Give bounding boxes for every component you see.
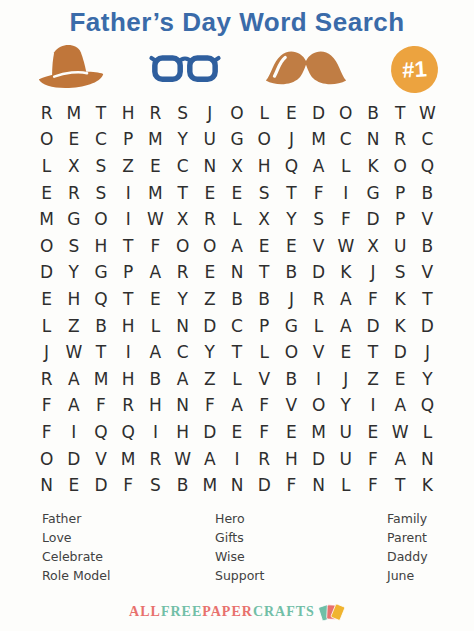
grid-cell: B [278,260,305,287]
grid-cell: G [359,180,386,207]
puzzle-number-badge: #1 [389,44,439,94]
grid-cell: I [60,419,87,446]
grid-cell: C [169,339,196,366]
brand-text: ALLFREEPAPERCRAFTS [129,604,315,620]
grid-cell: B [359,100,386,127]
grid-cell: B [142,366,169,393]
grid-cell: F [332,206,359,233]
grid-cell: D [305,260,332,287]
grid-cell: N [305,472,332,499]
grid-cell: T [387,472,414,499]
grid-cell: O [305,393,332,420]
grid-cell: P [387,206,414,233]
grid-cell: Y [332,393,359,420]
grid-cell: I [115,180,142,207]
grid-cell: M [115,446,142,473]
grid-cell: E [60,472,87,499]
grid-cell: S [87,180,114,207]
grid-cell: Z [359,366,386,393]
grid-cell: D [251,472,278,499]
grid-cell: R [387,127,414,154]
grid-cell: H [115,366,142,393]
grid-cell: J [196,100,223,127]
grid-cell: I [332,180,359,207]
grid-cell: O [332,100,359,127]
grid-cell: L [223,366,250,393]
grid-cell: O [169,233,196,260]
grid-cell: R [142,446,169,473]
grid-cell: F [359,286,386,313]
worksheet-page: Father’s Day Word Search #1 [0,0,474,631]
grid-cell: V [305,233,332,260]
grid-cell: T [87,339,114,366]
grid-cell: X [169,206,196,233]
grid-cell: M [305,419,332,446]
grid-cell: B [278,366,305,393]
grid-cell: A [142,339,169,366]
grid-cell: F [251,419,278,446]
grid-cell: D [359,206,386,233]
grid-cell: T [169,180,196,207]
grid-cell: I [359,393,386,420]
grid-cell: T [223,339,250,366]
grid-cell: E [278,100,305,127]
grid-cell: J [278,286,305,313]
grid-cell: B [251,286,278,313]
grid-cell: R [60,180,87,207]
grid-cell: E [251,233,278,260]
grid-cell: S [251,180,278,207]
grid-cell: W [169,446,196,473]
grid-cell: D [305,446,332,473]
glasses-icon [148,48,222,90]
word-list-column: FamilyParentDaddyJune [387,509,432,585]
grid-cell: O [33,446,60,473]
grid-cell: H [251,153,278,180]
word-item: Celebrate [42,547,215,566]
grid-cell: N [359,127,386,154]
grid-cell: U [332,419,359,446]
grid-cell: F [142,233,169,260]
grid-cell: W [387,419,414,446]
word-list-column: HeroGiftsWiseSupport [215,509,387,585]
grid-cell: T [278,180,305,207]
grid-cell: A [332,286,359,313]
grid-cell: E [33,286,60,313]
word-item: June [387,566,432,585]
grid-cell: A [196,446,223,473]
grid-cell: T [387,100,414,127]
grid-cell: N [33,472,60,499]
grid-cell: N [414,446,441,473]
grid-cell: O [33,233,60,260]
grid-cell: F [196,393,223,420]
grid-cell: O [196,233,223,260]
grid-cell: L [33,313,60,340]
word-item: Gifts [215,528,387,547]
grid-cell: R [33,366,60,393]
grid-cell: D [87,472,114,499]
grid-cell: L [332,153,359,180]
grid-cell: J [359,260,386,287]
grid-cell: F [359,472,386,499]
grid-cell: Q [278,153,305,180]
brand-segment: CRAFTS [253,604,315,620]
grid-cell: Y [414,366,441,393]
grid-cell: H [87,233,114,260]
grid-cell: A [142,260,169,287]
grid-cell: H [115,313,142,340]
grid-cell: N [223,472,250,499]
grid-cell: O [251,127,278,154]
grid-cell: D [359,313,386,340]
grid-cell: T [115,286,142,313]
grid-cell: J [33,339,60,366]
grid-cell: W [332,233,359,260]
grid-cell: G [87,260,114,287]
grid-cell: C [332,127,359,154]
grid-cell: U [332,446,359,473]
word-item: Support [215,566,387,585]
grid-cell: M [142,180,169,207]
grid-cell: T [359,339,386,366]
grid-cell: O [387,153,414,180]
grid-cell: T [251,260,278,287]
grid-cell: R [142,100,169,127]
grid-cell: P [387,180,414,207]
grid-cell: K [387,286,414,313]
grid-cell: C [414,127,441,154]
grid-cell: D [196,419,223,446]
grid-cell: X [359,233,386,260]
word-item: Daddy [387,547,432,566]
grid-cell: W [414,100,441,127]
grid-cell: M [60,100,87,127]
grid-cell: Y [169,127,196,154]
grid-cell: F [251,393,278,420]
grid-cell: L [142,313,169,340]
grid-cell: N [169,393,196,420]
word-item: Family [387,509,432,528]
grid-cell: S [305,206,332,233]
grid-cell: E [223,180,250,207]
mustache-icon [263,45,349,93]
grid-cell: G [60,206,87,233]
grid-cell: T [115,233,142,260]
footer: ALLFREEPAPERCRAFTS [0,602,474,623]
grid-cell: H [278,446,305,473]
grid-cell: R [33,100,60,127]
grid-cell: V [87,446,114,473]
grid-cell: K [359,153,386,180]
grid-cell: N [169,313,196,340]
word-list-column: FatherLoveCelebrateRole Model [42,509,215,585]
grid-cell: R [251,446,278,473]
grid-cell: R [196,206,223,233]
grid-cell: E [60,127,87,154]
grid-cell: Q [414,393,441,420]
grid-cell: G [278,313,305,340]
grid-cell: J [332,366,359,393]
grid-cell: D [60,446,87,473]
grid-cell: D [305,100,332,127]
grid-cell: A [387,446,414,473]
grid-cell: B [169,472,196,499]
grid-cell: L [223,206,250,233]
grid-cell: M [196,472,223,499]
grid-cell: Z [115,153,142,180]
grid-cell: Q [414,153,441,180]
grid-cell: L [332,472,359,499]
grid-cell: X [223,153,250,180]
grid-cell: W [142,206,169,233]
grid-cell: E [196,260,223,287]
grid-cell: F [87,393,114,420]
grid-cell: A [223,393,250,420]
grid-cell: Z [196,286,223,313]
grid-cell: E [142,286,169,313]
grid-cell: A [223,233,250,260]
grid-cell: E [223,419,250,446]
grid-cell: V [414,206,441,233]
grid-cell: F [359,446,386,473]
grid-cell: M [142,127,169,154]
grid-cell: S [142,472,169,499]
grid-cell: L [414,419,441,446]
grid-cell: G [223,127,250,154]
grid-cell: S [387,260,414,287]
brand-segment: ALL [129,604,161,620]
grid-cell: P [251,313,278,340]
grid-cell: F [115,472,142,499]
grid-cell: V [414,260,441,287]
grid-cell: E [142,153,169,180]
grid-cell: S [169,100,196,127]
grid-cell: Y [278,206,305,233]
word-item: Love [42,528,215,547]
grid-cell: A [169,366,196,393]
grid-cell: H [115,100,142,127]
grid-cell: M [87,366,114,393]
grid-cell: H [60,286,87,313]
grid-cell: I [115,206,142,233]
word-item: Hero [215,509,387,528]
theme-icons-row: #1 [0,42,474,96]
grid-cell: O [278,339,305,366]
grid-cell: P [115,260,142,287]
grid-cell: S [60,233,87,260]
grid-cell: V [305,339,332,366]
grid-cell: B [223,286,250,313]
grid-cell: A [60,366,87,393]
grid-cell: F [305,180,332,207]
grid-cell: L [33,153,60,180]
grid-cell: I [142,419,169,446]
grid-cell: L [251,100,278,127]
fedora-hat-icon [36,43,106,95]
grid-cell: L [305,313,332,340]
grid-cell: A [387,393,414,420]
grid-cell: J [278,127,305,154]
grid-cell: H [142,393,169,420]
grid-cell: N [223,260,250,287]
grid-cell: D [196,313,223,340]
grid-cell: Z [196,366,223,393]
word-item: Wise [215,547,387,566]
grid-cell: Y [60,260,87,287]
grid-cell: E [278,233,305,260]
grid-cell: D [33,260,60,287]
word-item: Parent [387,528,432,547]
grid-cell: L [251,339,278,366]
grid-cell: R [305,286,332,313]
brand-segment: PAPER [202,604,253,620]
grid-cell: P [115,127,142,154]
grid-cell: U [387,233,414,260]
grid-cell: R [169,260,196,287]
word-search-grid: RMTHRSJOLEDOBTWOECPMYUGOJMCNRCLXSZECNXHQ… [33,100,441,499]
grid-cell: I [305,366,332,393]
grid-cell: E [387,366,414,393]
grid-cell: E [33,180,60,207]
grid-cell: V [251,366,278,393]
grid-cell: O [33,127,60,154]
grid-cell: F [278,472,305,499]
grid-cell: R [115,393,142,420]
grid-cell: E [359,419,386,446]
word-item: Role Model [42,566,215,585]
grid-cell: T [87,100,114,127]
grid-cell: W [60,339,87,366]
word-list: FatherLoveCelebrateRole Model HeroGiftsW… [0,509,474,585]
grid-cell: C [87,127,114,154]
grid-cell: B [414,180,441,207]
grid-cell: C [223,313,250,340]
grid-cell: Y [169,286,196,313]
grid-cell: K [414,472,441,499]
grid-cell: H [169,419,196,446]
grid-cell: Z [60,313,87,340]
grid-cell: S [87,153,114,180]
grid-cell: I [115,339,142,366]
grid-cell: Q [87,419,114,446]
grid-cell: X [251,206,278,233]
grid-cell: V [278,393,305,420]
word-item: Father [42,509,215,528]
grid-cell: M [33,206,60,233]
grid-cell: O [87,206,114,233]
grid-cell: T [414,286,441,313]
grid-cell: D [414,313,441,340]
grid-cell: C [169,153,196,180]
grid-cell: O [223,100,250,127]
grid-cell: F [33,419,60,446]
grid-cell: E [332,339,359,366]
grid-cell: Q [87,286,114,313]
grid-cell: N [196,153,223,180]
brand-segment: FREE [161,604,202,620]
grid-cell: B [87,313,114,340]
grid-cell: E [278,419,305,446]
grid-cell: M [305,127,332,154]
grid-cell: J [414,339,441,366]
grid-cell: A [332,313,359,340]
page-title: Father’s Day Word Search [0,0,474,38]
grid-cell: F [33,393,60,420]
grid-cell: U [196,127,223,154]
grid-cell: Q [115,419,142,446]
grid-cell: K [332,260,359,287]
grid-cell: D [387,339,414,366]
grid-cell: X [60,153,87,180]
grid-cell: E [196,180,223,207]
grid-cell: K [387,313,414,340]
grid-cell: I [223,446,250,473]
paper-stack-icon [318,602,345,623]
grid-cell: A [60,393,87,420]
grid-cell: Y [196,339,223,366]
grid-cell: B [414,233,441,260]
grid-cell: A [305,153,332,180]
